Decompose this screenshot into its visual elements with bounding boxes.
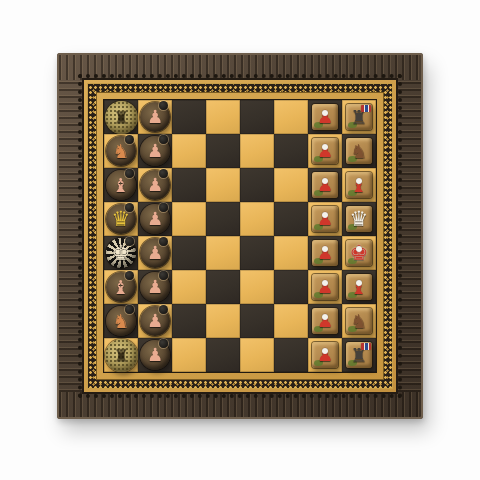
white-helmet-dot [322,280,328,286]
piece-native-rook: ♜ [104,100,138,134]
white-helmet-dot [322,178,328,184]
square-r1c2 [172,134,206,168]
piece-redcoat-pawn: ♟ [308,270,342,304]
redcoat-base: ♟ [312,206,338,232]
native-base: ♟ [140,340,170,370]
piece-native-pawn: ♟ [138,270,172,304]
piece-native-pawn: ♟ [138,202,172,236]
square-r2c5 [274,168,308,202]
square-r0c2 [172,100,206,134]
piece-redcoat-pawn: ♟ [308,236,342,270]
piece-native-bishop: ♝ [104,270,138,304]
square-r6c1: ♟ [138,304,172,338]
piece-redcoat-king: ♚ [342,236,376,270]
square-r2c2 [172,168,206,202]
square-r3c2 [172,202,206,236]
native-pawn-glyph: ♟ [147,278,163,296]
native-base: ♞ [106,136,136,166]
redcoat-knight-glyph: ♞ [350,312,367,331]
piece-native-knight: ♞ [104,304,138,338]
native-base: ♟ [140,306,170,336]
square-r5c1: ♟ [138,270,172,304]
native-base: ♝ [106,170,136,200]
square-r4c6: ♟ [308,236,342,270]
square-r7c3 [206,338,240,372]
square-r1c6: ♟ [308,134,342,168]
native-pawn-glyph: ♟ [147,210,163,228]
square-r6c7: ♞ [342,304,376,338]
square-r6c2 [172,304,206,338]
square-r5c7: ♝ [342,270,376,304]
white-helmet-dot [356,280,362,286]
redcoat-knight-glyph: ♞ [350,142,367,161]
native-knight-glyph: ♞ [112,312,129,331]
native-pawn-glyph: ♟ [147,312,163,330]
native-pawn-glyph: ♟ [147,142,163,160]
square-r5c4 [240,270,274,304]
square-r5c5 [274,270,308,304]
square-r6c6: ♟ [308,304,342,338]
white-helmet-dot [356,246,362,252]
product-photo: ♜♟♟♜♞♟♟♞♝♟♟♝♛♟♟♛♚♟♟♚♝♟♟♝♞♟♟♞♜♟♟♜ [0,0,480,480]
piece-native-knight: ♞ [104,134,138,168]
square-r1c4 [240,134,274,168]
square-r7c6: ♟ [308,338,342,372]
square-r1c7: ♞ [342,134,376,168]
white-helmet-dot [322,348,328,354]
native-base: ♟ [140,102,170,132]
native-base: ♛ [106,204,136,234]
piece-native-pawn: ♟ [138,100,172,134]
square-r4c1: ♟ [138,236,172,270]
redcoat-base: ♝ [346,172,372,198]
square-r6c5 [274,304,308,338]
piece-redcoat-pawn: ♟ [308,338,342,372]
native-queen-glyph: ♛ [112,209,131,230]
piece-redcoat-knight: ♞ [342,304,376,338]
native-knight-glyph: ♞ [112,142,129,161]
redcoat-base: ♚ [346,240,372,266]
native-pawn-glyph: ♟ [147,244,163,262]
piece-redcoat-pawn: ♟ [308,202,342,236]
redcoat-base: ♜ [346,104,372,130]
redcoat-rook-glyph: ♜ [350,108,367,127]
square-r0c7: ♜ [342,100,376,134]
square-r3c0: ♛ [104,202,138,236]
piece-redcoat-pawn: ♟ [308,304,342,338]
piece-redcoat-pawn: ♟ [308,100,342,134]
square-r0c1: ♟ [138,100,172,134]
native-bishop-glyph: ♝ [112,278,129,297]
square-r2c6: ♟ [308,168,342,202]
white-helmet-dot [322,212,328,218]
piece-redcoat-bishop: ♝ [342,168,376,202]
native-pawn-glyph: ♟ [147,176,163,194]
redcoat-base: ♟ [312,274,338,300]
native-pawn-glyph: ♟ [147,346,163,364]
white-helmet-dot [322,246,328,252]
square-r7c1: ♟ [138,338,172,372]
square-r6c3 [206,304,240,338]
redcoat-base: ♟ [312,104,338,130]
square-r7c4 [240,338,274,372]
square-r5c3 [206,270,240,304]
redcoat-base: ♟ [312,342,338,368]
piece-native-queen: ♛ [104,202,138,236]
square-r5c0: ♝ [104,270,138,304]
square-r3c7: ♛ [342,202,376,236]
native-base: ♜ [105,101,138,134]
piece-redcoat-queen: ♛ [342,202,376,236]
square-r0c0: ♜ [104,100,138,134]
square-r4c7: ♚ [342,236,376,270]
square-r2c7: ♝ [342,168,376,202]
white-helmet-dot [322,314,328,320]
square-r7c2 [172,338,206,372]
redcoat-base: ♜ [346,342,372,368]
playing-field: ♜♟♟♜♞♟♟♞♝♟♟♝♛♟♟♛♚♟♟♚♝♟♟♝♞♟♟♞♜♟♟♜ [104,100,376,372]
square-r3c6: ♟ [308,202,342,236]
square-r3c3 [206,202,240,236]
square-r5c6: ♟ [308,270,342,304]
redcoat-base: ♟ [312,240,338,266]
piece-native-pawn: ♟ [138,338,172,372]
native-base: ♟ [140,204,170,234]
white-helmet-dot [322,110,328,116]
redcoat-base: ♟ [312,308,338,334]
piece-redcoat-bishop: ♝ [342,270,376,304]
square-r3c1: ♟ [138,202,172,236]
piece-redcoat-rook: ♜ [342,338,376,372]
redcoat-rook-glyph: ♜ [350,346,367,365]
native-base: ♞ [106,306,136,336]
native-base: ♟ [140,170,170,200]
redcoat-base: ♟ [312,172,338,198]
native-base: ♟ [140,272,170,302]
redcoat-base: ♝ [346,274,372,300]
native-rook-glyph: ♜ [113,109,128,126]
native-base: ♟ [140,136,170,166]
square-r6c4 [240,304,274,338]
redcoat-base: ♛ [346,206,372,232]
native-base: ♟ [140,238,170,268]
square-r2c3 [206,168,240,202]
square-r2c4 [240,168,274,202]
piece-redcoat-rook: ♜ [342,100,376,134]
white-helmet-dot [356,178,362,184]
square-r3c5 [274,202,308,236]
white-helmet-dot [322,144,328,150]
native-bishop-glyph: ♝ [112,176,129,195]
square-r6c0: ♞ [104,304,138,338]
native-base: ♝ [106,272,136,302]
piece-redcoat-pawn: ♟ [308,168,342,202]
square-r7c0: ♜ [104,338,138,372]
piece-native-pawn: ♟ [138,134,172,168]
redcoat-base: ♟ [312,138,338,164]
piece-redcoat-pawn: ♟ [308,134,342,168]
native-base: ♚ [106,238,136,268]
native-rook-glyph: ♜ [113,347,128,364]
piece-native-pawn: ♟ [138,168,172,202]
redcoat-base: ♞ [346,308,372,334]
square-r4c5 [274,236,308,270]
piece-native-rook: ♜ [104,338,138,372]
gold-leather-border: ♜♟♟♜♞♟♟♞♝♟♟♝♛♟♟♛♚♟♟♚♝♟♟♝♞♟♟♞♜♟♟♜ [84,80,396,392]
piece-native-pawn: ♟ [138,304,172,338]
square-r7c5 [274,338,308,372]
square-r1c0: ♞ [104,134,138,168]
square-r2c1: ♟ [138,168,172,202]
square-r2c0: ♝ [104,168,138,202]
redcoat-base: ♞ [346,138,372,164]
square-r4c4 [240,236,274,270]
square-r5c2 [172,270,206,304]
redcoat-queen-glyph: ♛ [350,209,369,230]
native-base: ♜ [105,339,138,372]
square-r3c4 [240,202,274,236]
square-r1c1: ♟ [138,134,172,168]
square-r1c3 [206,134,240,168]
square-r0c5 [274,100,308,134]
native-pawn-glyph: ♟ [147,108,163,126]
square-r7c7: ♜ [342,338,376,372]
native-king-glyph: ♚ [112,243,131,264]
square-r0c4 [240,100,274,134]
square-r4c0: ♚ [104,236,138,270]
piece-native-king: ♚ [104,236,138,270]
square-r0c6: ♟ [308,100,342,134]
chess-board: ♜♟♟♜♞♟♟♞♝♟♟♝♛♟♟♛♚♟♟♚♝♟♟♝♞♟♟♞♜♟♟♜ [57,53,423,419]
piece-native-pawn: ♟ [138,236,172,270]
square-r1c5 [274,134,308,168]
piece-redcoat-knight: ♞ [342,134,376,168]
square-r0c3 [206,100,240,134]
square-r4c2 [172,236,206,270]
square-r4c3 [206,236,240,270]
piece-native-bishop: ♝ [104,168,138,202]
